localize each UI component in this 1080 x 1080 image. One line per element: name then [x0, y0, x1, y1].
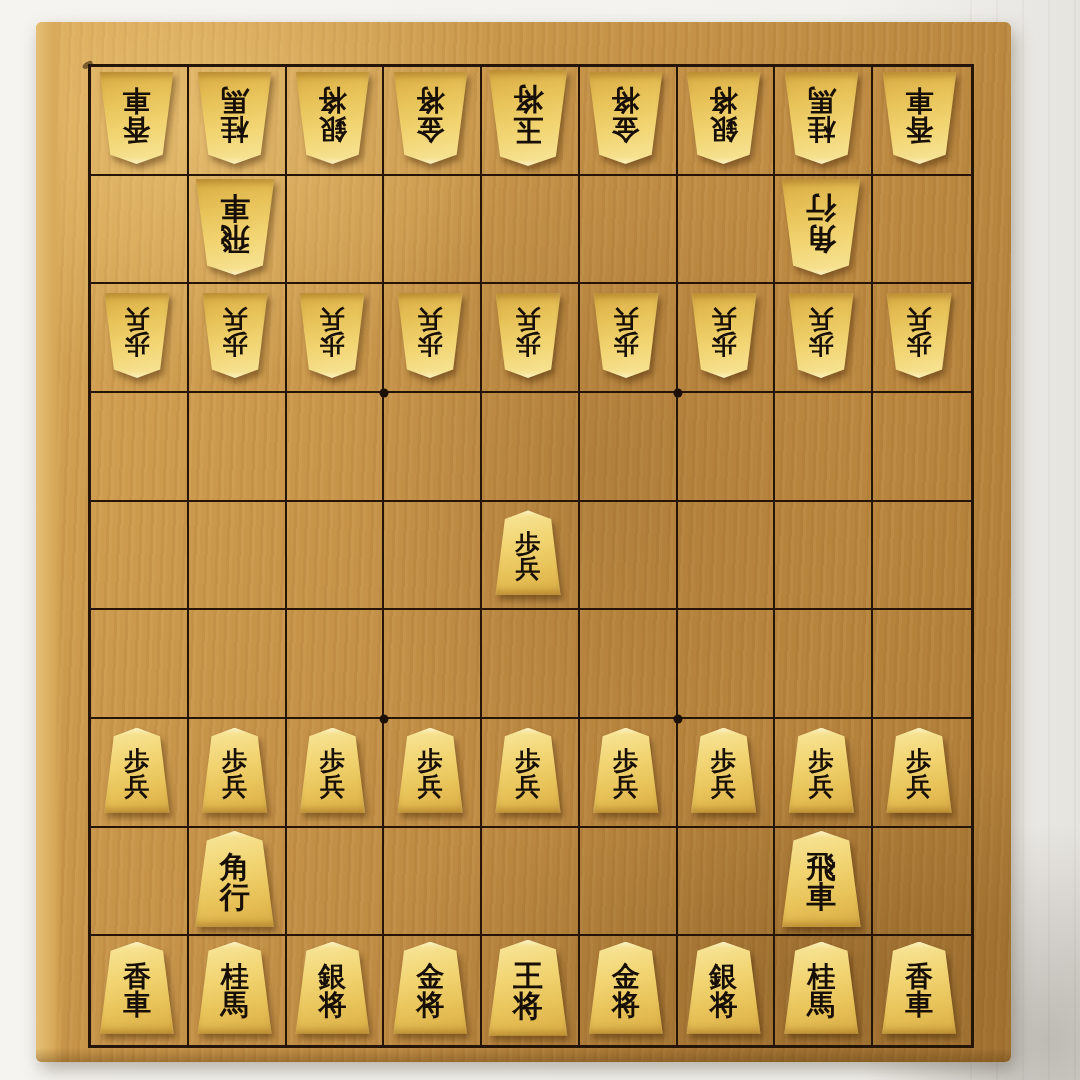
- knight-glyph: 桂馬: [196, 72, 273, 164]
- king-glyph: 王将: [487, 940, 569, 1036]
- kanji-char: 飛: [806, 852, 836, 883]
- pawn-glyph: 歩兵: [298, 728, 366, 813]
- pawn-glyph: 歩兵: [885, 728, 953, 813]
- kanji-char: 将: [513, 991, 543, 1022]
- kanji-char: 金: [416, 115, 444, 144]
- piece-sente-pawn-9g[interactable]: 歩兵: [88, 716, 186, 825]
- silver-glyph: 銀将: [294, 72, 371, 164]
- piece-sente-pawn-8g[interactable]: 歩兵: [186, 716, 284, 825]
- kanji-char: 香: [123, 963, 151, 992]
- kanji-char: 歩: [515, 531, 540, 557]
- kanji-char: 兵: [418, 774, 443, 800]
- kanji-char: 馬: [221, 991, 249, 1020]
- kanji-char: 兵: [711, 774, 736, 800]
- kanji-char: 歩: [711, 748, 736, 774]
- kanji-char: 金: [612, 115, 640, 144]
- pawn-glyph: 歩兵: [298, 293, 366, 378]
- kanji-char: 飛: [220, 223, 250, 254]
- kanji-char: 桂: [221, 963, 249, 992]
- kanji-char: 桂: [807, 115, 835, 144]
- pawn-glyph: 歩兵: [690, 293, 758, 378]
- kanji-char: 歩: [515, 748, 540, 774]
- piece-gote-pawn-6c[interactable]: 歩兵: [381, 281, 479, 390]
- kanji-char: 兵: [418, 307, 443, 333]
- piece-gote-pawn-1c[interactable]: 歩兵: [870, 281, 968, 390]
- piece-sente-king-5i[interactable]: 王将: [479, 933, 577, 1042]
- pawn-glyph: 歩兵: [885, 293, 953, 378]
- kanji-char: 兵: [222, 774, 247, 800]
- kanji-char: 車: [905, 991, 933, 1020]
- kanji-char: 歩: [711, 332, 736, 358]
- rook-glyph: 飛車: [194, 179, 276, 275]
- kanji-char: 将: [612, 86, 640, 115]
- lance-glyph: 香車: [881, 942, 958, 1034]
- kanji-char: 車: [905, 86, 933, 115]
- pawn-glyph: 歩兵: [592, 293, 660, 378]
- kanji-char: 将: [612, 991, 640, 1020]
- kanji-char: 歩: [907, 332, 932, 358]
- kanji-char: 歩: [809, 332, 834, 358]
- kanji-char: 歩: [613, 748, 638, 774]
- lance-glyph: 香車: [98, 942, 175, 1034]
- knight-glyph: 桂馬: [196, 942, 273, 1034]
- piece-sente-pawn-6g[interactable]: 歩兵: [381, 716, 479, 825]
- kanji-char: 銀: [710, 963, 738, 992]
- piece-gote-pawn-2c[interactable]: 歩兵: [772, 281, 870, 390]
- pawn-glyph: 歩兵: [494, 728, 562, 813]
- board-front-edge: [36, 1048, 1011, 1062]
- bishop-glyph: 角行: [194, 831, 276, 927]
- rook-glyph: 飛車: [780, 831, 862, 927]
- piece-gote-knight-2a[interactable]: 桂馬: [772, 64, 870, 173]
- knight-glyph: 桂馬: [783, 72, 860, 164]
- piece-sente-lance-9i[interactable]: 香車: [88, 933, 186, 1042]
- kanji-char: 将: [416, 86, 444, 115]
- kanji-char: 香: [905, 115, 933, 144]
- kanji-char: 桂: [221, 115, 249, 144]
- piece-sente-rook-2h[interactable]: 飛車: [772, 825, 870, 934]
- kanji-char: 将: [318, 991, 346, 1020]
- pawn-glyph: 歩兵: [592, 728, 660, 813]
- kanji-char: 歩: [320, 332, 345, 358]
- kanji-char: 馬: [221, 86, 249, 115]
- board-side-edge: [36, 22, 62, 1062]
- kanji-char: 将: [513, 84, 543, 115]
- kanji-char: 兵: [907, 774, 932, 800]
- kanji-char: 車: [123, 991, 151, 1020]
- kanji-char: 車: [220, 193, 250, 224]
- kanji-char: 銀: [318, 115, 346, 144]
- kanji-char: 角: [806, 223, 836, 254]
- piece-gote-silver-7a[interactable]: 銀将: [284, 64, 382, 173]
- kanji-char: 兵: [320, 307, 345, 333]
- kanji-char: 将: [710, 991, 738, 1020]
- pawn-glyph: 歩兵: [787, 728, 855, 813]
- lance-glyph: 香車: [98, 72, 175, 164]
- kanji-char: 桂: [807, 963, 835, 992]
- kanji-char: 香: [123, 115, 151, 144]
- pawn-glyph: 歩兵: [103, 293, 171, 378]
- kanji-char: 歩: [320, 748, 345, 774]
- piece-gote-knight-8a[interactable]: 桂馬: [186, 64, 284, 173]
- piece-sente-gold-6i[interactable]: 金将: [381, 933, 479, 1042]
- gold-glyph: 金将: [587, 942, 664, 1034]
- pawn-glyph: 歩兵: [494, 510, 562, 595]
- kanji-char: 銀: [318, 963, 346, 992]
- kanji-char: 馬: [807, 86, 835, 115]
- kanji-char: 金: [416, 963, 444, 992]
- kanji-char: 角: [220, 852, 250, 883]
- kanji-char: 兵: [711, 307, 736, 333]
- piece-sente-pawn-2g[interactable]: 歩兵: [772, 716, 870, 825]
- kanji-char: 金: [612, 963, 640, 992]
- kanji-char: 車: [806, 882, 836, 913]
- piece-sente-gold-4i[interactable]: 金将: [577, 933, 675, 1042]
- kanji-char: 馬: [807, 991, 835, 1020]
- silver-glyph: 銀将: [685, 942, 762, 1034]
- piece-sente-silver-7i[interactable]: 銀将: [284, 933, 382, 1042]
- kanji-char: 兵: [320, 774, 345, 800]
- pawn-glyph: 歩兵: [201, 728, 269, 813]
- kanji-char: 玉: [513, 115, 543, 146]
- piece-sente-pawn-3g[interactable]: 歩兵: [675, 716, 773, 825]
- silver-glyph: 銀将: [294, 942, 371, 1034]
- piece-gote-rook-8b[interactable]: 飛車: [186, 173, 284, 282]
- kanji-char: 兵: [613, 307, 638, 333]
- gold-glyph: 金将: [392, 942, 469, 1034]
- kanji-char: 歩: [515, 332, 540, 358]
- kanji-char: 歩: [124, 748, 149, 774]
- kanji-char: 兵: [124, 307, 149, 333]
- piece-gote-lance-9a[interactable]: 香車: [88, 64, 186, 173]
- pawn-glyph: 歩兵: [103, 728, 171, 813]
- kanji-char: 歩: [124, 332, 149, 358]
- kanji-char: 銀: [710, 115, 738, 144]
- piece-sente-silver-3i[interactable]: 銀将: [675, 933, 773, 1042]
- kanji-char: 兵: [613, 774, 638, 800]
- kanji-char: 兵: [515, 307, 540, 333]
- piece-gote-gold-4a[interactable]: 金将: [577, 64, 675, 173]
- kanji-char: 歩: [418, 748, 443, 774]
- knight-glyph: 桂馬: [783, 942, 860, 1034]
- piece-sente-pawn-5g[interactable]: 歩兵: [479, 716, 577, 825]
- kanji-char: 将: [318, 86, 346, 115]
- pawn-glyph: 歩兵: [396, 728, 464, 813]
- piece-gote-king-5a[interactable]: 玉将: [479, 64, 577, 173]
- pawn-glyph: 歩兵: [787, 293, 855, 378]
- piece-sente-pawn-1g[interactable]: 歩兵: [870, 716, 968, 825]
- pawn-glyph: 歩兵: [201, 293, 269, 378]
- lance-glyph: 香車: [881, 72, 958, 164]
- piece-gote-gold-6a[interactable]: 金将: [381, 64, 479, 173]
- pawn-glyph: 歩兵: [396, 293, 464, 378]
- piece-gote-bishop-2b[interactable]: 角行: [772, 173, 870, 282]
- kanji-char: 行: [220, 882, 250, 913]
- piece-gote-pawn-3c[interactable]: 歩兵: [675, 281, 773, 390]
- piece-sente-pawn-5e[interactable]: 歩兵: [479, 499, 577, 608]
- king-glyph: 玉将: [487, 70, 569, 166]
- kanji-char: 歩: [418, 332, 443, 358]
- gold-glyph: 金将: [587, 72, 664, 164]
- kanji-char: 歩: [222, 748, 247, 774]
- kanji-char: 兵: [809, 307, 834, 333]
- kanji-char: 行: [806, 193, 836, 224]
- kanji-char: 車: [123, 86, 151, 115]
- pawn-glyph: 歩兵: [690, 728, 758, 813]
- kanji-char: 兵: [515, 774, 540, 800]
- silver-glyph: 銀将: [685, 72, 762, 164]
- kanji-char: 兵: [515, 556, 540, 582]
- kanji-char: 歩: [222, 332, 247, 358]
- pawn-glyph: 歩兵: [494, 293, 562, 378]
- kanji-char: 歩: [613, 332, 638, 358]
- piece-gote-lance-1a[interactable]: 香車: [870, 64, 968, 173]
- piece-sente-lance-1i[interactable]: 香車: [870, 933, 968, 1042]
- piece-gote-silver-3a[interactable]: 銀将: [675, 64, 773, 173]
- piece-gote-pawn-7c[interactable]: 歩兵: [284, 281, 382, 390]
- kanji-char: 兵: [124, 774, 149, 800]
- piece-sente-bishop-8h[interactable]: 角行: [186, 825, 284, 934]
- piece-gote-pawn-8c[interactable]: 歩兵: [186, 281, 284, 390]
- kanji-char: 将: [416, 991, 444, 1020]
- kanji-char: 歩: [907, 748, 932, 774]
- pieces-layer: 香車桂馬銀将金将玉将金将銀将桂馬香車飛車角行歩兵歩兵歩兵歩兵歩兵歩兵歩兵歩兵歩兵…: [88, 64, 968, 1042]
- kanji-char: 兵: [809, 774, 834, 800]
- piece-sente-pawn-4g[interactable]: 歩兵: [577, 716, 675, 825]
- piece-sente-knight-2i[interactable]: 桂馬: [772, 933, 870, 1042]
- bishop-glyph: 角行: [780, 179, 862, 275]
- shogi-board: 香車桂馬銀将金将玉将金将銀将桂馬香車飛車角行歩兵歩兵歩兵歩兵歩兵歩兵歩兵歩兵歩兵…: [36, 22, 1011, 1062]
- kanji-char: 兵: [907, 307, 932, 333]
- kanji-char: 香: [905, 963, 933, 992]
- piece-sente-knight-8i[interactable]: 桂馬: [186, 933, 284, 1042]
- piece-gote-pawn-9c[interactable]: 歩兵: [88, 281, 186, 390]
- piece-gote-pawn-5c[interactable]: 歩兵: [479, 281, 577, 390]
- kanji-char: 兵: [222, 307, 247, 333]
- piece-sente-pawn-7g[interactable]: 歩兵: [284, 716, 382, 825]
- kanji-char: 王: [513, 961, 543, 992]
- piece-gote-pawn-4c[interactable]: 歩兵: [577, 281, 675, 390]
- gold-glyph: 金将: [392, 72, 469, 164]
- kanji-char: 将: [710, 86, 738, 115]
- kanji-char: 歩: [809, 748, 834, 774]
